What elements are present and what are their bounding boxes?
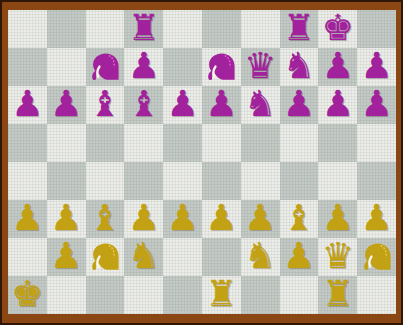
piece-yellow-pawn: ♟ [360, 200, 392, 237]
square-c1[interactable] [86, 276, 125, 314]
square-g2[interactable]: ♞ [241, 238, 280, 276]
square-i1[interactable]: ♜ [318, 276, 357, 314]
square-a5[interactable] [8, 124, 47, 162]
square-h6[interactable]: ♟ [280, 86, 319, 124]
piece-yellow-knight: ♞ [128, 238, 160, 275]
piece-magenta-pawn: ♟ [50, 86, 82, 123]
square-j1[interactable] [357, 276, 396, 314]
piece-yellow-queen: ♛ [322, 238, 354, 275]
square-d6[interactable]: ♝ [124, 86, 163, 124]
square-f6[interactable]: ♟ [202, 86, 241, 124]
piece-magenta-pawn: ♟ [360, 86, 392, 123]
piece-yellow-pawn: ♟ [166, 200, 198, 237]
piece-yellow-pawn: ♟ [244, 200, 276, 237]
piece-yellow-bishop: ♝ [283, 200, 315, 237]
piece-magenta-elephant-icon [204, 50, 238, 84]
piece-yellow-pawn: ♟ [283, 238, 315, 275]
square-g5[interactable] [241, 124, 280, 162]
piece-yellow-knight: ♞ [244, 238, 276, 275]
square-h8[interactable]: ♜ [280, 10, 319, 48]
piece-yellow-rook: ♜ [205, 276, 237, 313]
square-a2[interactable] [8, 238, 47, 276]
piece-yellow-elephant-icon [360, 240, 394, 274]
square-j3[interactable]: ♟ [357, 200, 396, 238]
square-e8[interactable] [163, 10, 202, 48]
square-e4[interactable] [163, 162, 202, 200]
square-c3[interactable]: ♝ [86, 200, 125, 238]
piece-magenta-knight: ♞ [283, 48, 315, 85]
square-a8[interactable] [8, 10, 47, 48]
piece-magenta-pawn: ♟ [322, 48, 354, 85]
square-h1[interactable] [280, 276, 319, 314]
piece-yellow-pawn: ♟ [322, 200, 354, 237]
square-e5[interactable] [163, 124, 202, 162]
square-g6[interactable]: ♞ [241, 86, 280, 124]
square-i7[interactable]: ♟ [318, 48, 357, 86]
square-h2[interactable]: ♟ [280, 238, 319, 276]
piece-yellow-rook: ♜ [322, 276, 354, 313]
piece-magenta-elephant-icon [88, 50, 122, 84]
square-i3[interactable]: ♟ [318, 200, 357, 238]
square-f5[interactable] [202, 124, 241, 162]
square-f7[interactable] [202, 48, 241, 86]
square-d5[interactable] [124, 124, 163, 162]
piece-magenta-pawn: ♟ [205, 86, 237, 123]
square-i2[interactable]: ♛ [318, 238, 357, 276]
piece-yellow-king: ♚ [11, 276, 43, 313]
square-b4[interactable] [47, 162, 86, 200]
piece-yellow-pawn: ♟ [128, 200, 160, 237]
square-g8[interactable] [241, 10, 280, 48]
square-b8[interactable] [47, 10, 86, 48]
square-e1[interactable] [163, 276, 202, 314]
piece-magenta-pawn: ♟ [166, 86, 198, 123]
square-h5[interactable] [280, 124, 319, 162]
square-j5[interactable] [357, 124, 396, 162]
square-h3[interactable]: ♝ [280, 200, 319, 238]
square-f4[interactable] [202, 162, 241, 200]
square-a1[interactable]: ♚ [8, 276, 47, 314]
square-b1[interactable] [47, 276, 86, 314]
piece-magenta-pawn: ♟ [283, 86, 315, 123]
square-g4[interactable] [241, 162, 280, 200]
square-e7[interactable] [163, 48, 202, 86]
square-g1[interactable] [241, 276, 280, 314]
piece-yellow-pawn: ♟ [205, 200, 237, 237]
square-b6[interactable]: ♟ [47, 86, 86, 124]
square-a3[interactable]: ♟ [8, 200, 47, 238]
piece-magenta-bishop: ♝ [128, 86, 160, 123]
piece-yellow-pawn: ♟ [11, 200, 43, 237]
square-j6[interactable]: ♟ [357, 86, 396, 124]
square-i6[interactable]: ♟ [318, 86, 357, 124]
square-c7[interactable] [86, 48, 125, 86]
piece-magenta-queen: ♛ [244, 48, 276, 85]
square-j4[interactable] [357, 162, 396, 200]
square-d3[interactable]: ♟ [124, 200, 163, 238]
square-e2[interactable] [163, 238, 202, 276]
square-a6[interactable]: ♟ [8, 86, 47, 124]
square-f8[interactable] [202, 10, 241, 48]
piece-magenta-knight: ♞ [244, 86, 276, 123]
square-c4[interactable] [86, 162, 125, 200]
piece-yellow-pawn: ♟ [50, 200, 82, 237]
square-b7[interactable] [47, 48, 86, 86]
piece-magenta-rook: ♜ [128, 10, 160, 47]
square-d8[interactable]: ♜ [124, 10, 163, 48]
square-f1[interactable]: ♜ [202, 276, 241, 314]
piece-yellow-elephant-icon [88, 240, 122, 274]
board: ♜♜♚♟♛♞♟♟♟♟♝♝♟♟♞♟♟♟♟♟♝♟♟♟♟♝♟♟♟♞♞♟♛♚♜♜ [8, 10, 396, 314]
square-i5[interactable] [318, 124, 357, 162]
square-b3[interactable]: ♟ [47, 200, 86, 238]
piece-magenta-king: ♚ [322, 10, 354, 47]
piece-yellow-bishop: ♝ [89, 200, 121, 237]
square-a7[interactable] [8, 48, 47, 86]
square-c6[interactable]: ♝ [86, 86, 125, 124]
square-h7[interactable]: ♞ [280, 48, 319, 86]
piece-magenta-bishop: ♝ [89, 86, 121, 123]
piece-magenta-pawn: ♟ [11, 86, 43, 123]
square-f3[interactable]: ♟ [202, 200, 241, 238]
square-e3[interactable]: ♟ [163, 200, 202, 238]
square-b5[interactable] [47, 124, 86, 162]
square-d4[interactable] [124, 162, 163, 200]
square-i4[interactable] [318, 162, 357, 200]
square-j8[interactable] [357, 10, 396, 48]
square-b2[interactable]: ♟ [47, 238, 86, 276]
square-a4[interactable] [8, 162, 47, 200]
square-d2[interactable]: ♞ [124, 238, 163, 276]
square-h4[interactable] [280, 162, 319, 200]
piece-magenta-pawn: ♟ [360, 48, 392, 85]
square-e6[interactable]: ♟ [163, 86, 202, 124]
square-f2[interactable] [202, 238, 241, 276]
square-i8[interactable]: ♚ [318, 10, 357, 48]
square-d7[interactable]: ♟ [124, 48, 163, 86]
piece-yellow-pawn: ♟ [50, 238, 82, 275]
square-j2[interactable] [357, 238, 396, 276]
square-g3[interactable]: ♟ [241, 200, 280, 238]
square-c8[interactable] [86, 10, 125, 48]
board-frame: ♜♜♚♟♛♞♟♟♟♟♝♝♟♟♞♟♟♟♟♟♝♟♟♟♟♝♟♟♟♞♞♟♛♚♜♜ [0, 0, 403, 325]
piece-magenta-pawn: ♟ [322, 86, 354, 123]
square-j7[interactable]: ♟ [357, 48, 396, 86]
square-g7[interactable]: ♛ [241, 48, 280, 86]
piece-magenta-pawn: ♟ [128, 48, 160, 85]
square-c5[interactable] [86, 124, 125, 162]
piece-magenta-rook: ♜ [283, 10, 315, 47]
square-c2[interactable] [86, 238, 125, 276]
square-d1[interactable] [124, 276, 163, 314]
